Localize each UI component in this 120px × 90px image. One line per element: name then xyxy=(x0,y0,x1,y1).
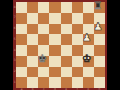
square-e7[interactable] xyxy=(61,13,72,24)
square-a8[interactable] xyxy=(16,2,27,13)
square-c2[interactable] xyxy=(38,67,49,78)
square-a5[interactable] xyxy=(16,34,27,45)
coord-rank-4: 4 xyxy=(14,49,17,52)
coord-file-c: c xyxy=(38,88,49,90)
square-f7[interactable] xyxy=(72,13,83,24)
square-d3[interactable] xyxy=(49,56,60,67)
coord-rank-3: 3 xyxy=(14,59,17,62)
coord-rank-2: 2 xyxy=(14,70,17,73)
square-d4[interactable] xyxy=(49,45,60,56)
square-h4[interactable] xyxy=(94,45,105,56)
square-f2[interactable] xyxy=(72,67,83,78)
coord-file-d: d xyxy=(49,88,60,90)
square-e2[interactable] xyxy=(61,67,72,78)
square-a2[interactable] xyxy=(16,67,27,78)
coord-rank-6: 6 xyxy=(14,27,17,30)
square-h6[interactable]: ♟ xyxy=(94,24,105,35)
square-d6[interactable] xyxy=(49,24,60,35)
screenshot-root: { "game": "chess", "position": { "fen": … xyxy=(0,0,120,90)
coord-file-b: b xyxy=(27,88,38,90)
square-h3[interactable] xyxy=(94,56,105,67)
coord-rank-8: 8 xyxy=(14,6,17,9)
square-c7[interactable] xyxy=(38,13,49,24)
chess-board: ♜♟♟♚♚ xyxy=(16,2,105,88)
square-d7[interactable] xyxy=(49,13,60,24)
square-c8[interactable] xyxy=(38,2,49,13)
square-e3[interactable] xyxy=(61,56,72,67)
coord-file-g: g xyxy=(83,88,94,90)
square-b5[interactable] xyxy=(27,34,38,45)
square-e8[interactable] xyxy=(61,2,72,13)
square-f8[interactable] xyxy=(72,2,83,13)
coord-file-f: f xyxy=(72,88,83,90)
square-c5[interactable] xyxy=(38,34,49,45)
letterbox-right xyxy=(107,0,120,90)
coord-rank-5: 5 xyxy=(14,38,17,41)
square-b6[interactable] xyxy=(27,24,38,35)
coord-file-h: h xyxy=(94,88,105,90)
piece-white-king[interactable]: ♚ xyxy=(81,53,92,64)
coord-file-e: e xyxy=(61,88,72,90)
square-a7[interactable] xyxy=(16,13,27,24)
square-e6[interactable] xyxy=(61,24,72,35)
square-b2[interactable] xyxy=(27,67,38,78)
coord-file-a: a xyxy=(16,88,27,90)
piece-black-king[interactable]: ♚ xyxy=(37,53,48,64)
square-g2[interactable] xyxy=(83,67,94,78)
piece-black-rook[interactable]: ♜ xyxy=(92,0,103,11)
square-d2[interactable] xyxy=(49,67,60,78)
piece-white-pawn[interactable]: ♟ xyxy=(92,21,103,32)
letterbox-left xyxy=(0,0,13,90)
coord-rank-7: 7 xyxy=(14,16,17,19)
square-a4[interactable] xyxy=(16,45,27,56)
square-g5[interactable]: ♟ xyxy=(83,34,94,45)
chess-board-frame: ♜♟♟♚♚ 87654321abcdefgh xyxy=(13,0,107,90)
square-a6[interactable] xyxy=(16,24,27,35)
square-h2[interactable] xyxy=(94,67,105,78)
square-a3[interactable] xyxy=(16,56,27,67)
square-b7[interactable] xyxy=(27,13,38,24)
coord-rank-1: 1 xyxy=(14,81,17,84)
square-b8[interactable] xyxy=(27,2,38,13)
piece-white-pawn[interactable]: ♟ xyxy=(81,32,92,43)
square-g3[interactable]: ♚ xyxy=(83,56,94,67)
square-e5[interactable] xyxy=(61,34,72,45)
square-c3[interactable]: ♚ xyxy=(38,56,49,67)
square-d5[interactable] xyxy=(49,34,60,45)
square-d8[interactable] xyxy=(49,2,60,13)
square-h5[interactable] xyxy=(94,34,105,45)
square-e4[interactable] xyxy=(61,45,72,56)
square-c6[interactable] xyxy=(38,24,49,35)
square-h8[interactable]: ♜ xyxy=(94,2,105,13)
